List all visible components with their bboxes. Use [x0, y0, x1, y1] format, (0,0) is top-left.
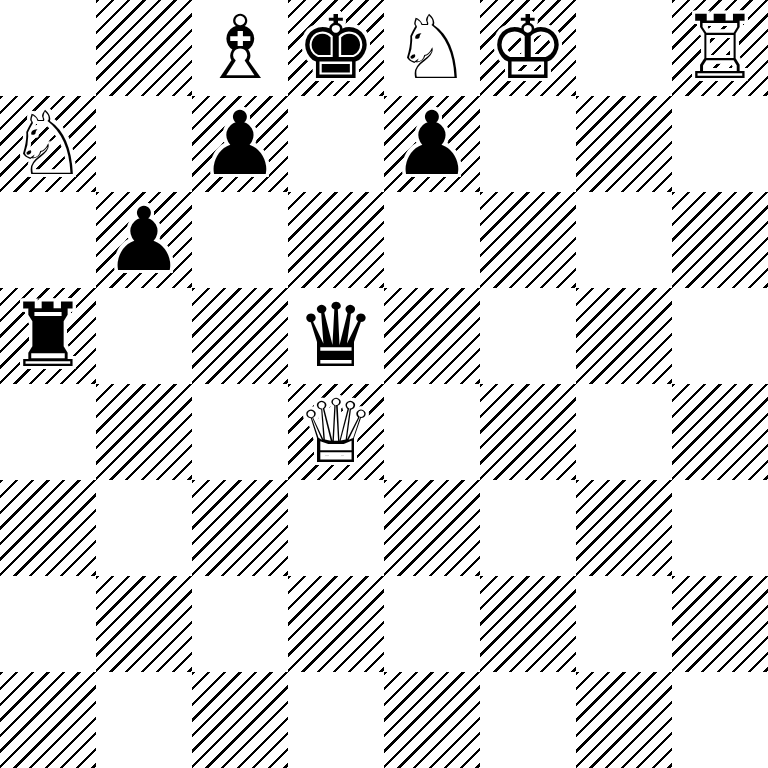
square-c8[interactable]: ♗	[192, 0, 288, 96]
square-d6[interactable]	[288, 192, 384, 288]
square-b8[interactable]	[96, 0, 192, 96]
black-pawn-piece[interactable]: ♟	[201, 96, 280, 192]
white-rook-piece[interactable]: ♖	[681, 0, 760, 96]
square-b1[interactable]	[96, 672, 192, 768]
square-g4[interactable]	[576, 384, 672, 480]
black-rook-piece[interactable]: ♜	[9, 288, 88, 384]
square-f3[interactable]	[480, 480, 576, 576]
square-e3[interactable]	[384, 480, 480, 576]
square-b5[interactable]	[96, 288, 192, 384]
square-g8[interactable]	[576, 0, 672, 96]
square-a1[interactable]	[0, 672, 96, 768]
square-c6[interactable]	[192, 192, 288, 288]
square-b4[interactable]	[96, 384, 192, 480]
square-e8[interactable]: ♘	[384, 0, 480, 96]
square-g7[interactable]	[576, 96, 672, 192]
square-c3[interactable]	[192, 480, 288, 576]
square-b7[interactable]	[96, 96, 192, 192]
square-f6[interactable]	[480, 192, 576, 288]
square-f7[interactable]	[480, 96, 576, 192]
square-e1[interactable]	[384, 672, 480, 768]
square-b3[interactable]	[96, 480, 192, 576]
black-pawn-piece[interactable]: ♟	[393, 96, 472, 192]
black-king-piece[interactable]: ♚	[297, 0, 376, 96]
square-d1[interactable]	[288, 672, 384, 768]
square-f5[interactable]	[480, 288, 576, 384]
square-c5[interactable]	[192, 288, 288, 384]
square-b6[interactable]: ♟	[96, 192, 192, 288]
square-g6[interactable]	[576, 192, 672, 288]
square-h8[interactable]: ♖	[672, 0, 768, 96]
square-d3[interactable]	[288, 480, 384, 576]
square-f2[interactable]	[480, 576, 576, 672]
square-b2[interactable]	[96, 576, 192, 672]
square-d7[interactable]	[288, 96, 384, 192]
white-king-piece[interactable]: ♔	[489, 0, 568, 96]
square-g5[interactable]	[576, 288, 672, 384]
square-h5[interactable]	[672, 288, 768, 384]
square-h4[interactable]	[672, 384, 768, 480]
square-e7[interactable]: ♟	[384, 96, 480, 192]
square-f8[interactable]: ♔	[480, 0, 576, 96]
white-knight-piece[interactable]: ♘	[393, 0, 472, 96]
square-a6[interactable]	[0, 192, 96, 288]
square-d5[interactable]: ♛	[288, 288, 384, 384]
square-d8[interactable]: ♚	[288, 0, 384, 96]
square-c2[interactable]	[192, 576, 288, 672]
white-queen-piece[interactable]: ♕	[297, 384, 376, 480]
square-a4[interactable]	[0, 384, 96, 480]
square-g3[interactable]	[576, 480, 672, 576]
black-queen-piece[interactable]: ♛	[297, 288, 376, 384]
square-h2[interactable]	[672, 576, 768, 672]
square-e4[interactable]	[384, 384, 480, 480]
square-h3[interactable]	[672, 480, 768, 576]
square-a3[interactable]	[0, 480, 96, 576]
square-e5[interactable]	[384, 288, 480, 384]
square-d2[interactable]	[288, 576, 384, 672]
square-g2[interactable]	[576, 576, 672, 672]
square-f4[interactable]	[480, 384, 576, 480]
square-e6[interactable]	[384, 192, 480, 288]
square-d4[interactable]: ♕	[288, 384, 384, 480]
square-c1[interactable]	[192, 672, 288, 768]
square-h6[interactable]	[672, 192, 768, 288]
white-bishop-piece[interactable]: ♗	[201, 0, 280, 96]
chess-board: ♗♚♘♔♖♘♟♟♟♜♛♕	[0, 0, 768, 768]
square-g1[interactable]	[576, 672, 672, 768]
square-a8[interactable]	[0, 0, 96, 96]
square-a5[interactable]: ♜	[0, 288, 96, 384]
black-pawn-piece[interactable]: ♟	[105, 192, 184, 288]
square-f1[interactable]	[480, 672, 576, 768]
white-knight-piece[interactable]: ♘	[9, 96, 88, 192]
square-a7[interactable]: ♘	[0, 96, 96, 192]
square-e2[interactable]	[384, 576, 480, 672]
square-c4[interactable]	[192, 384, 288, 480]
square-c7[interactable]: ♟	[192, 96, 288, 192]
square-h1[interactable]	[672, 672, 768, 768]
square-h7[interactable]	[672, 96, 768, 192]
square-a2[interactable]	[0, 576, 96, 672]
